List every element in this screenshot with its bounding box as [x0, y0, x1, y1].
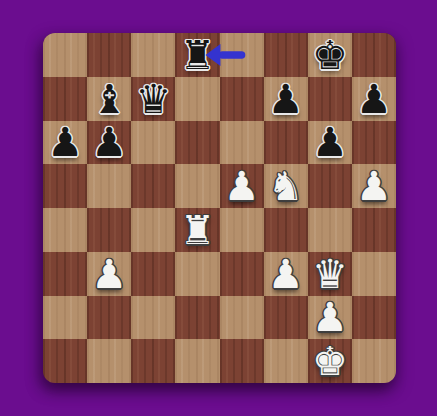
square-e4[interactable]: [220, 208, 264, 252]
square-b4[interactable]: [87, 208, 131, 252]
square-g2[interactable]: ♟: [308, 296, 352, 340]
square-d7[interactable]: [175, 77, 219, 121]
square-b6[interactable]: ♟: [87, 121, 131, 165]
square-d6[interactable]: [175, 121, 219, 165]
black-pawn-a6[interactable]: ♟: [43, 121, 87, 165]
square-e7[interactable]: [220, 77, 264, 121]
square-f4[interactable]: [264, 208, 308, 252]
square-g5[interactable]: [308, 164, 352, 208]
chess-board: ♜♚♝♛♟♟♟♟♟♟♞♟♜♟♟♛♟♚: [43, 33, 396, 383]
app-background: ♜♚♝♛♟♟♟♟♟♟♞♟♜♟♟♛♟♚: [0, 0, 437, 416]
square-f7[interactable]: ♟: [264, 77, 308, 121]
square-e5[interactable]: ♟: [220, 164, 264, 208]
black-queen-c7[interactable]: ♛: [131, 77, 175, 121]
square-d1[interactable]: [175, 339, 219, 383]
square-a1[interactable]: [43, 339, 87, 383]
square-c4[interactable]: [131, 208, 175, 252]
square-f8[interactable]: [264, 33, 308, 77]
square-f5[interactable]: ♞: [264, 164, 308, 208]
square-e2[interactable]: [220, 296, 264, 340]
black-king-g8[interactable]: ♚: [308, 33, 352, 77]
black-pawn-h7[interactable]: ♟: [352, 77, 396, 121]
black-rook-d8[interactable]: ♜: [175, 33, 219, 77]
square-b7[interactable]: ♝: [87, 77, 131, 121]
square-a6[interactable]: ♟: [43, 121, 87, 165]
square-b2[interactable]: [87, 296, 131, 340]
white-pawn-e5[interactable]: ♟: [220, 164, 264, 208]
square-f1[interactable]: [264, 339, 308, 383]
square-c8[interactable]: [131, 33, 175, 77]
square-c6[interactable]: [131, 121, 175, 165]
white-king-g1[interactable]: ♚: [308, 339, 352, 383]
white-pawn-f3[interactable]: ♟: [264, 252, 308, 296]
square-b3[interactable]: ♟: [87, 252, 131, 296]
black-bishop-b7[interactable]: ♝: [87, 77, 131, 121]
square-e6[interactable]: [220, 121, 264, 165]
square-f6[interactable]: [264, 121, 308, 165]
square-a7[interactable]: [43, 77, 87, 121]
square-f2[interactable]: [264, 296, 308, 340]
square-g4[interactable]: [308, 208, 352, 252]
square-a4[interactable]: [43, 208, 87, 252]
square-a8[interactable]: [43, 33, 87, 77]
square-b1[interactable]: [87, 339, 131, 383]
square-h3[interactable]: [352, 252, 396, 296]
square-h6[interactable]: [352, 121, 396, 165]
white-pawn-b3[interactable]: ♟: [87, 252, 131, 296]
square-c7[interactable]: ♛: [131, 77, 175, 121]
white-pawn-g2[interactable]: ♟: [308, 296, 352, 340]
white-rook-d4[interactable]: ♜: [175, 208, 219, 252]
square-f3[interactable]: ♟: [264, 252, 308, 296]
square-a3[interactable]: [43, 252, 87, 296]
square-c1[interactable]: [131, 339, 175, 383]
square-h2[interactable]: [352, 296, 396, 340]
square-e8[interactable]: [220, 33, 264, 77]
white-queen-g3[interactable]: ♛: [308, 252, 352, 296]
square-h8[interactable]: [352, 33, 396, 77]
white-knight-f5[interactable]: ♞: [264, 164, 308, 208]
square-c2[interactable]: [131, 296, 175, 340]
square-d3[interactable]: [175, 252, 219, 296]
square-g1[interactable]: ♚: [308, 339, 352, 383]
square-b5[interactable]: [87, 164, 131, 208]
square-d5[interactable]: [175, 164, 219, 208]
square-d4[interactable]: ♜: [175, 208, 219, 252]
white-pawn-h5[interactable]: ♟: [352, 164, 396, 208]
square-b8[interactable]: [87, 33, 131, 77]
square-d8[interactable]: ♜: [175, 33, 219, 77]
square-c5[interactable]: [131, 164, 175, 208]
square-g7[interactable]: [308, 77, 352, 121]
black-pawn-b6[interactable]: ♟: [87, 121, 131, 165]
square-g3[interactable]: ♛: [308, 252, 352, 296]
square-h1[interactable]: [352, 339, 396, 383]
square-a2[interactable]: [43, 296, 87, 340]
square-g6[interactable]: ♟: [308, 121, 352, 165]
square-h7[interactable]: ♟: [352, 77, 396, 121]
square-g8[interactable]: ♚: [308, 33, 352, 77]
square-h5[interactable]: ♟: [352, 164, 396, 208]
square-c3[interactable]: [131, 252, 175, 296]
square-h4[interactable]: [352, 208, 396, 252]
square-a5[interactable]: [43, 164, 87, 208]
square-d2[interactable]: [175, 296, 219, 340]
black-pawn-g6[interactable]: ♟: [308, 121, 352, 165]
square-e1[interactable]: [220, 339, 264, 383]
black-pawn-f7[interactable]: ♟: [264, 77, 308, 121]
square-e3[interactable]: [220, 252, 264, 296]
